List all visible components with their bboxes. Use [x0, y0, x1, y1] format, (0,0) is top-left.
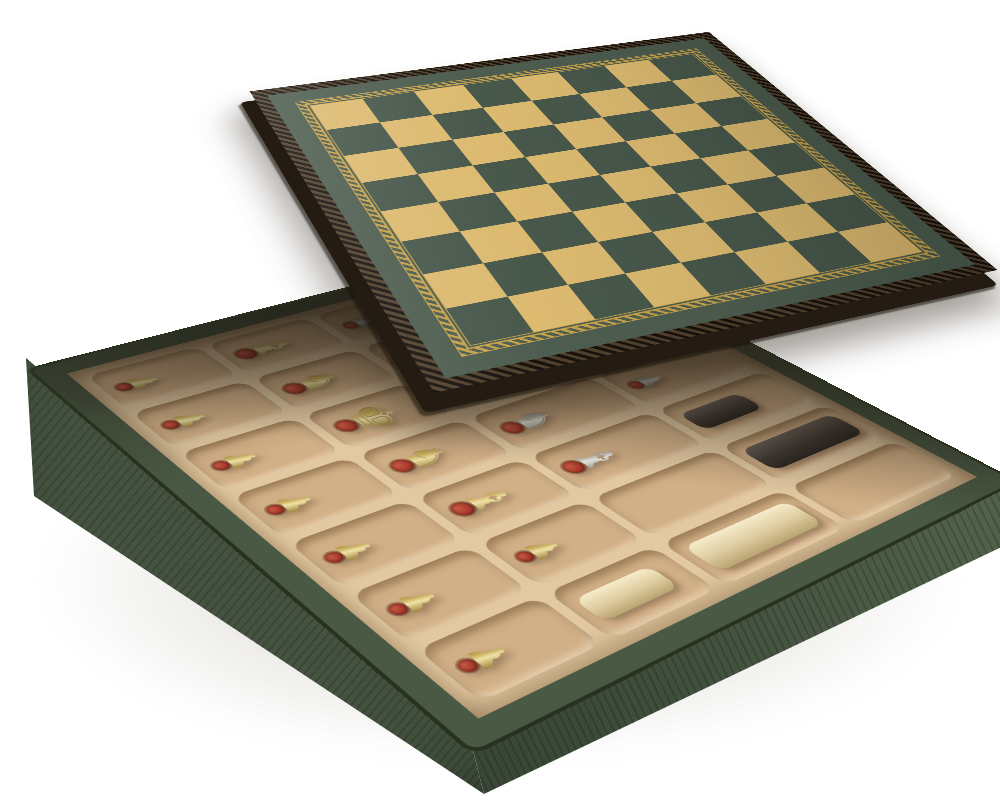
piece-gold-bishop: ♝ [435, 480, 526, 526]
piece-silver-pawn: ♟ [618, 369, 674, 394]
piece-silver-knight: ♞ [488, 404, 568, 441]
piece-gold-king: ♚ [320, 398, 413, 441]
piece-gold-knight: ♞ [271, 366, 351, 401]
piece-gold-pawn: ♟ [504, 533, 573, 570]
piece-gold-pawn: ♟ [107, 370, 168, 397]
piece-silver-bishop: ♝ [547, 440, 633, 482]
cream-cylinder [573, 566, 679, 622]
piece-gold-pawn: ♟ [377, 583, 450, 624]
piece-gold-pawn: ♟ [256, 488, 324, 522]
piece-gold-pawn: ♟ [203, 445, 269, 477]
piece-gold-pawn: ♟ [314, 533, 385, 571]
piece-gold-bishop: ♝ [223, 333, 303, 366]
piece-gold-pawn: ♟ [153, 406, 216, 435]
chess-set-photo: ♟♝♟♟♟♞♟♟♟♟♚♛♟♟♟♞♞♟♟♝♝♟♟♟ [0, 0, 1000, 800]
piece-gold-knight: ♞ [377, 440, 462, 481]
piece-gold-pawn: ♟ [445, 637, 521, 682]
dark-cylinder [679, 393, 764, 430]
